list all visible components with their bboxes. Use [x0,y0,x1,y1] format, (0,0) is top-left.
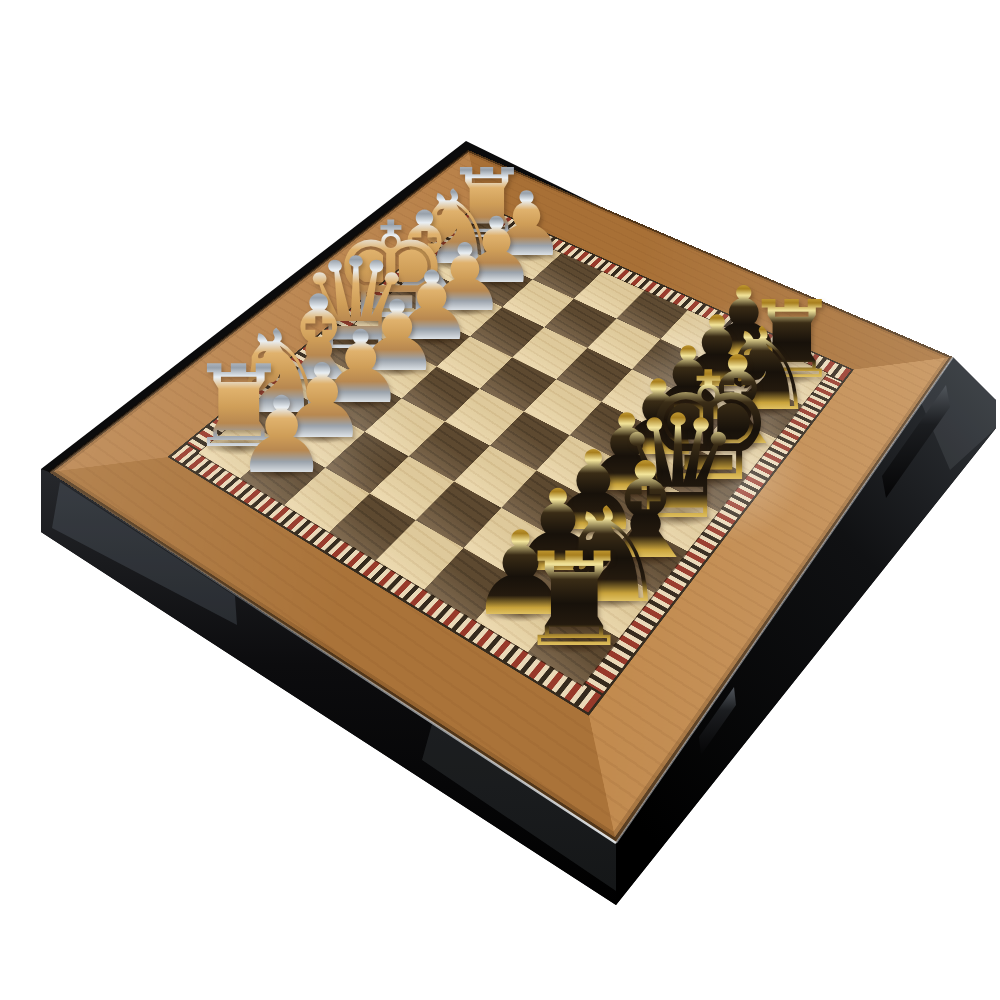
edge-line-southwest [49,472,616,843]
edge-line-southeast [616,357,953,843]
edge-highlights [0,0,1000,1000]
chess-set-photo: ♜♞♝♛♚♝♞♜♟♟♟♟♟♟♟♟♟♟♟♟♟♟♟♟♜♞♝♛♚♝♞♜ [0,0,1000,1000]
edge-line-northwest [49,150,468,472]
